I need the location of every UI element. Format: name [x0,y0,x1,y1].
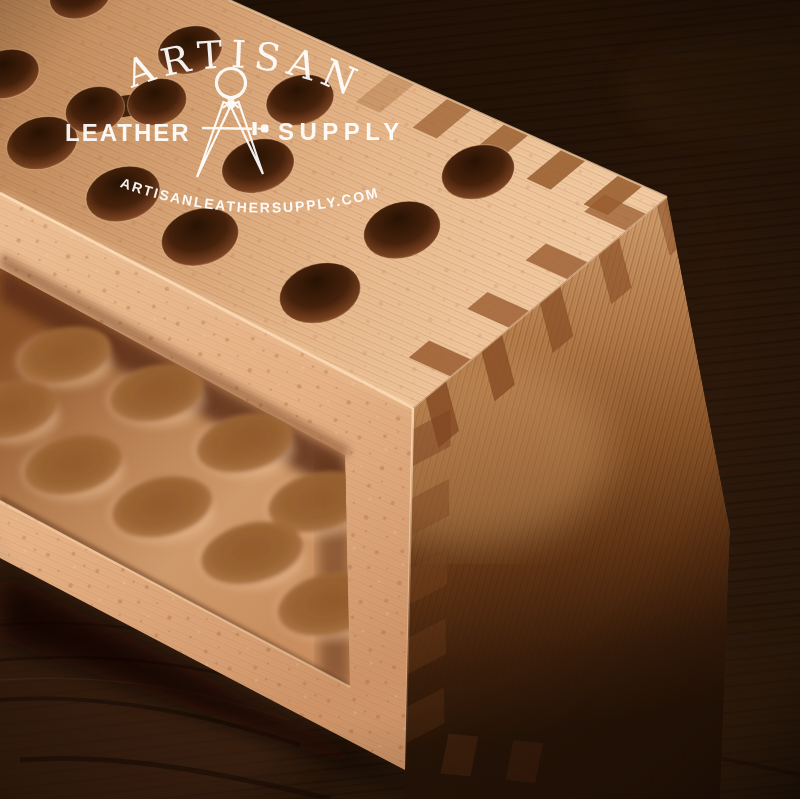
photo-canvas: ARTISAN LEATHER SUPPLY ARTISANLEATHERSUP… [0,0,800,799]
logo-word-right: SUPPLY [278,118,405,145]
logo-word-left: LEATHER [65,119,191,146]
product-photo: ARTISAN LEATHER SUPPLY ARTISANLEATHERSUP… [0,0,800,799]
